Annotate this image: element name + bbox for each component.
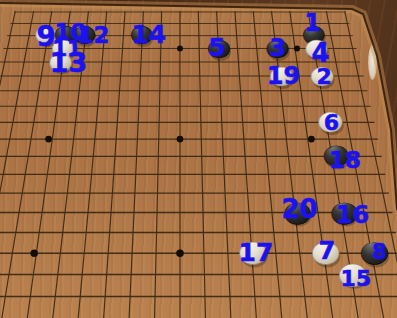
star-point <box>177 45 183 51</box>
move-label-13: 13 <box>50 47 88 78</box>
move-label-20: 20 <box>281 194 317 224</box>
move-label-19: 19 <box>267 62 300 90</box>
move-label-1: 1 <box>304 9 321 37</box>
move-label-12: 12 <box>77 22 109 48</box>
move-label-4: 4 <box>311 38 329 68</box>
move-label-16: 16 <box>336 201 369 229</box>
star-point <box>308 136 315 143</box>
move-label-6: 6 <box>324 110 339 135</box>
move-label-18: 18 <box>329 147 361 173</box>
star-point <box>294 45 300 51</box>
move-label-17: 17 <box>239 238 274 267</box>
go-app-photo-scene: ●●●●●●●●●●●●●●●●●●●●●●●●●●●●●●●●●●●●●●●●… <box>0 0 397 318</box>
move-label-3: 3 <box>269 34 286 62</box>
star-point <box>176 249 184 257</box>
move-label-8: 8 <box>372 240 387 264</box>
move-label-15: 15 <box>341 266 372 291</box>
star-point <box>177 136 184 143</box>
star-point <box>45 136 52 143</box>
move-label-5: 5 <box>208 33 225 62</box>
move-label-7: 7 <box>318 237 335 265</box>
move-label-14: 14 <box>131 20 166 49</box>
go-board[interactable]: ●●●●●●●●●●●●●●●●●●●●●●●●●●●●●●●●●●●●●●●●… <box>0 0 397 318</box>
star-point <box>30 249 38 257</box>
